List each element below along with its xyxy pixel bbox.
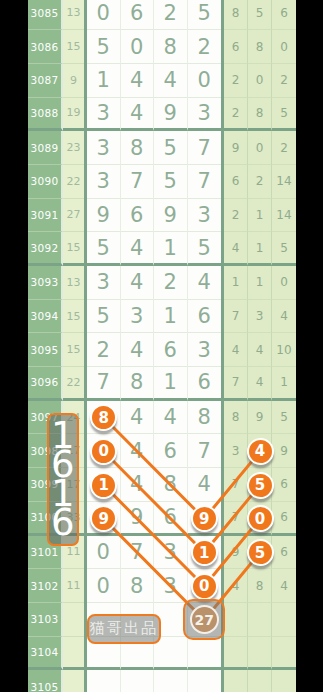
period-cell: 3092 xyxy=(28,232,63,266)
stat-cell xyxy=(248,670,272,692)
stat-cell xyxy=(224,637,248,671)
digit-cell: 3 xyxy=(87,131,121,165)
digit-cell: 1 xyxy=(87,64,121,98)
prediction-badge-27: 27 xyxy=(183,599,225,640)
digit-cell: 8 xyxy=(154,30,188,64)
period-cell: 3104 xyxy=(28,637,63,671)
stat-cell: 8 xyxy=(224,401,248,435)
digit-cell: 1 xyxy=(154,367,188,401)
digit-cell: 4 xyxy=(121,98,155,132)
stat-cell: 4 xyxy=(272,569,296,603)
stat-cell: 6 xyxy=(272,536,296,570)
stat-cell: 2 xyxy=(224,98,248,132)
table-row: 3103 xyxy=(28,603,296,637)
digit-cell: 4 xyxy=(121,64,155,98)
stat-cell: 2 xyxy=(272,64,296,98)
digit-cell: 6 xyxy=(154,434,188,468)
digit-cell: 3 xyxy=(87,266,121,300)
table-row: 3104 xyxy=(28,637,296,671)
digit-cell: 8 xyxy=(121,131,155,165)
digit-cell: 7 xyxy=(188,434,222,468)
stat-cell: 7 xyxy=(224,502,248,536)
digit-cell: 4 xyxy=(121,434,155,468)
stat-cell: 4 xyxy=(224,333,248,367)
stat-cell: 2 xyxy=(224,199,248,233)
stat-cell xyxy=(248,637,272,671)
digit-cell: 3 xyxy=(188,199,222,233)
sum-cell: 9 xyxy=(63,64,84,98)
period-cell: 3086 xyxy=(28,30,63,64)
circled-digit: 1 xyxy=(90,472,117,499)
watermark-box: 猫哥出品 xyxy=(87,614,161,644)
stat-cell: 1 xyxy=(248,266,272,300)
digit-cell xyxy=(188,637,222,671)
stat-cell: 6 xyxy=(224,30,248,64)
digit-cell: 4 xyxy=(121,333,155,367)
stat-cell: 4 xyxy=(272,300,296,334)
stat-cell: 1 xyxy=(224,266,248,300)
sum-cell: 15 xyxy=(63,232,84,266)
digit-cell: 2 xyxy=(188,30,222,64)
period-cell: 3095 xyxy=(28,333,63,367)
table-row: 3094155316734 xyxy=(28,300,296,334)
period-cell: 3105 xyxy=(28,670,63,692)
stat-cell: 0 xyxy=(248,64,272,98)
digit-cell: 6 xyxy=(154,502,188,536)
table-row: 30951524634410 xyxy=(28,333,296,367)
digit-cell: 6 xyxy=(188,367,222,401)
digit-cell xyxy=(154,637,188,671)
digit-cell: 5 xyxy=(154,131,188,165)
digit-cell: 0 xyxy=(121,30,155,64)
stat-cell xyxy=(272,670,296,692)
stat-cell: 2 xyxy=(224,64,248,98)
period-cell: 3103 xyxy=(28,603,63,637)
vertical-label-1616-overlay: 1616 xyxy=(47,413,79,546)
circled-digit: 5 xyxy=(247,472,274,499)
digit-cell: 3 xyxy=(87,165,121,199)
stat-cell xyxy=(224,670,248,692)
stat-cell: 3 xyxy=(224,434,248,468)
digit-cell: 3 xyxy=(154,569,188,603)
period-cell: 3085 xyxy=(28,0,63,30)
period-cell: 3093 xyxy=(28,266,63,300)
table-row: 3085130625856 xyxy=(28,0,296,30)
sum-cell: 15 xyxy=(63,30,84,64)
period-cell: 3090 xyxy=(28,165,63,199)
digit-cell xyxy=(87,670,121,692)
table-row: 3102110830484 xyxy=(28,569,296,603)
stat-cell: 4 xyxy=(224,569,248,603)
digit-cell: 3 xyxy=(121,300,155,334)
stat-cell: 8 xyxy=(248,569,272,603)
table-row: 3096227816741 xyxy=(28,367,296,401)
digit-cell: 8 xyxy=(154,468,188,502)
circled-digit: 5 xyxy=(247,539,274,566)
digit-cell: 2 xyxy=(154,266,188,300)
digit-cell: 2 xyxy=(154,0,188,30)
digit-cell: 5 xyxy=(87,232,121,266)
stat-cell: 14 xyxy=(272,199,296,233)
digit-cell: 3 xyxy=(87,98,121,132)
stat-cell xyxy=(248,603,272,637)
digit-cell: 5 xyxy=(188,0,222,30)
digit-cell: 4 xyxy=(154,401,188,435)
digit-cell: 4 xyxy=(121,468,155,502)
stat-cell: 6 xyxy=(272,0,296,30)
digit-cell xyxy=(121,670,155,692)
sum-cell: 15 xyxy=(63,333,84,367)
circled-digit: 9 xyxy=(191,505,218,532)
stat-cell: 5 xyxy=(248,0,272,30)
digit-cell: 8 xyxy=(121,569,155,603)
stat-cell: 9 xyxy=(224,536,248,570)
lottery-trend-chart: 3085130625856308615508268030879144020230… xyxy=(0,0,323,692)
circled-digit: 0 xyxy=(90,438,117,465)
digit-cell: 4 xyxy=(188,266,222,300)
digit-cell: 6 xyxy=(154,333,188,367)
digit-cell: 7 xyxy=(188,131,222,165)
digit-cell: 9 xyxy=(121,502,155,536)
digit-cell: 7 xyxy=(188,165,222,199)
stat-cell: 1 xyxy=(272,367,296,401)
digit-cell: 8 xyxy=(121,367,155,401)
table-row: 3089233857902 xyxy=(28,131,296,165)
digit-cell: 7 xyxy=(121,165,155,199)
stat-cell: 8 xyxy=(224,0,248,30)
stat-cell: 0 xyxy=(272,266,296,300)
table-row: 3088193493285 xyxy=(28,98,296,132)
stat-cell: 8 xyxy=(248,30,272,64)
digit-cell: 5 xyxy=(87,300,121,334)
digit-cell: 4 xyxy=(188,468,222,502)
digit-cell: 0 xyxy=(87,0,121,30)
stat-cell: 5 xyxy=(272,401,296,435)
digit-cell: 0 xyxy=(87,569,121,603)
digit-cell: 9 xyxy=(154,98,188,132)
stat-cell: 2 xyxy=(272,131,296,165)
trend-table: 3085130625856308615508268030879144020230… xyxy=(28,0,296,692)
circled-digit: 1 xyxy=(191,539,218,566)
digit-cell: 4 xyxy=(121,401,155,435)
stat-cell: 2 xyxy=(248,165,272,199)
digit-cell: 1 xyxy=(154,300,188,334)
stat-cell: 14 xyxy=(272,165,296,199)
digit-cell xyxy=(154,670,188,692)
table-row: 308791440202 xyxy=(28,64,296,98)
digit-cell: 1 xyxy=(154,232,188,266)
digit-cell: 3 xyxy=(188,98,222,132)
stat-cell: 7 xyxy=(224,468,248,502)
sum-cell: 13 xyxy=(63,266,84,300)
table-row: 30912796932114 xyxy=(28,199,296,233)
stat-cell: 6 xyxy=(224,165,248,199)
digit-cell: 9 xyxy=(154,199,188,233)
period-cell: 3088 xyxy=(28,98,63,132)
stat-cell: 7 xyxy=(224,367,248,401)
sum-cell xyxy=(63,637,84,671)
digit-cell: 4 xyxy=(121,232,155,266)
stat-cell xyxy=(272,637,296,671)
period-cell: 3096 xyxy=(28,367,63,401)
stat-cell: 9 xyxy=(272,434,296,468)
stat-cell: 0 xyxy=(248,131,272,165)
stat-cell: 4 xyxy=(248,367,272,401)
sum-cell: 19 xyxy=(63,98,84,132)
sum-cell: 22 xyxy=(63,367,84,401)
table-row: 30902237576214 xyxy=(28,165,296,199)
stat-cell: 4 xyxy=(224,232,248,266)
vertical-label-digit: 6 xyxy=(51,508,75,537)
circled-digit: 4 xyxy=(247,438,274,465)
circled-digit: 0 xyxy=(191,573,218,600)
sum-cell: 15 xyxy=(63,300,84,334)
sum-cell: 13 xyxy=(63,0,84,30)
digit-cell: 4 xyxy=(121,266,155,300)
digit-cell: 6 xyxy=(121,0,155,30)
period-cell: 3089 xyxy=(28,131,63,165)
stat-cell: 1 xyxy=(248,232,272,266)
stat-cell: 1 xyxy=(248,199,272,233)
prediction-badge-value: 27 xyxy=(190,605,219,634)
stat-cell: 3 xyxy=(248,300,272,334)
table-row: 3086155082680 xyxy=(28,30,296,64)
digit-cell: 6 xyxy=(121,199,155,233)
sum-cell: 27 xyxy=(63,199,84,233)
table-row: 3093133424110 xyxy=(28,266,296,300)
period-cell: 3094 xyxy=(28,300,63,334)
table-row: 3105 xyxy=(28,670,296,692)
table-row: 3092155415415 xyxy=(28,232,296,266)
stat-cell: 6 xyxy=(272,502,296,536)
digit-cell: 4 xyxy=(154,64,188,98)
stat-cell: 5 xyxy=(272,98,296,132)
digit-cell: 9 xyxy=(87,199,121,233)
sum-cell: 22 xyxy=(63,165,84,199)
stat-cell xyxy=(224,603,248,637)
digit-cell: 0 xyxy=(188,64,222,98)
digit-cell: 7 xyxy=(121,536,155,570)
sum-cell: 11 xyxy=(63,569,84,603)
digit-cell: 2 xyxy=(87,333,121,367)
digit-cell xyxy=(188,670,222,692)
digit-cell: 8 xyxy=(188,401,222,435)
sum-cell xyxy=(63,670,84,692)
stat-cell: 5 xyxy=(272,232,296,266)
period-cell: 3091 xyxy=(28,199,63,233)
digit-cell: 3 xyxy=(154,536,188,570)
stat-cell: 0 xyxy=(272,30,296,64)
digit-cell: 0 xyxy=(87,536,121,570)
stat-cell: 9 xyxy=(248,401,272,435)
stat-cell: 9 xyxy=(224,131,248,165)
sum-cell xyxy=(63,603,84,637)
period-cell: 3102 xyxy=(28,569,63,603)
digit-cell: 5 xyxy=(188,232,222,266)
stat-cell: 7 xyxy=(224,300,248,334)
period-cell: 3087 xyxy=(28,64,63,98)
digit-cell: 5 xyxy=(154,165,188,199)
stat-cell: 8 xyxy=(248,98,272,132)
stat-cell: 6 xyxy=(272,468,296,502)
digit-cell: 7 xyxy=(87,367,121,401)
digit-cell: 5 xyxy=(87,30,121,64)
digit-cell: 3 xyxy=(188,333,222,367)
stat-cell: 10 xyxy=(272,333,296,367)
sum-cell: 23 xyxy=(63,131,84,165)
stat-cell xyxy=(272,603,296,637)
digit-cell: 6 xyxy=(188,300,222,334)
stat-cell: 4 xyxy=(248,333,272,367)
circled-digit: 0 xyxy=(247,505,274,532)
